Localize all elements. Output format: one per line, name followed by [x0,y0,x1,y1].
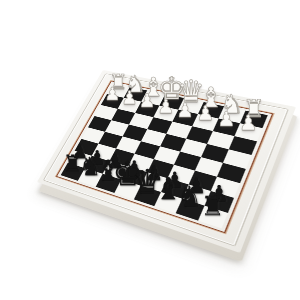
chess-board [37,70,296,253]
chess-set-photo: ♜♞♝♛♚♝♞♜♟♟♟♟♟♟♟♟♟♟♟♟♟♟♟♟♜♞♝♛♚♝♞♜ [0,0,300,300]
